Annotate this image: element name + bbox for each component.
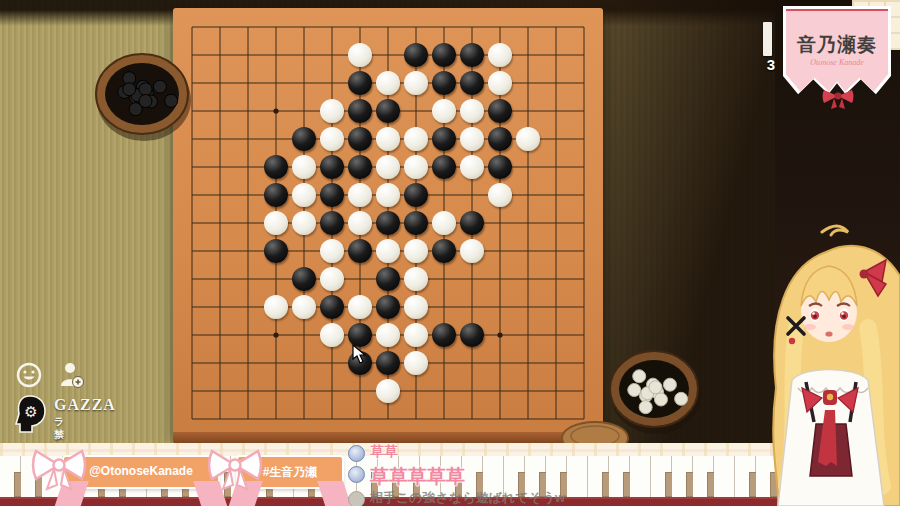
board-cell[interactable] bbox=[430, 209, 458, 237]
board-cell[interactable] bbox=[290, 69, 318, 97]
black-stone bbox=[348, 71, 372, 95]
board-cell[interactable] bbox=[486, 293, 514, 321]
captured-white-stone bbox=[663, 378, 676, 391]
board-cell[interactable] bbox=[486, 321, 514, 349]
board-cell[interactable] bbox=[262, 13, 290, 41]
board-cell[interactable] bbox=[178, 181, 206, 209]
board-cell[interactable] bbox=[234, 13, 262, 41]
board-cell[interactable] bbox=[514, 153, 542, 181]
board-cell[interactable] bbox=[318, 69, 346, 97]
board-cell[interactable] bbox=[514, 321, 542, 349]
board-cell[interactable] bbox=[374, 349, 402, 377]
board-cell[interactable] bbox=[234, 69, 262, 97]
captured-black-stone bbox=[139, 83, 152, 96]
white-stone bbox=[320, 267, 344, 291]
board-cell[interactable] bbox=[458, 125, 486, 153]
black-stone bbox=[292, 267, 316, 291]
board-cell[interactable] bbox=[514, 13, 542, 41]
board-cell[interactable] bbox=[318, 209, 346, 237]
board-cell[interactable] bbox=[570, 377, 598, 405]
board-cell[interactable] bbox=[514, 209, 542, 237]
board-cell[interactable] bbox=[514, 237, 542, 265]
board-cell[interactable] bbox=[374, 125, 402, 153]
white-stone bbox=[404, 323, 428, 347]
board-cell[interactable] bbox=[542, 153, 570, 181]
board-cell[interactable] bbox=[514, 349, 542, 377]
board-cell[interactable] bbox=[486, 125, 514, 153]
white-stone bbox=[488, 71, 512, 95]
board-cell[interactable] bbox=[234, 293, 262, 321]
chat-text: 草草草草草 bbox=[370, 464, 465, 490]
captured-white-stone bbox=[675, 392, 688, 405]
board-cell[interactable] bbox=[570, 125, 598, 153]
board-cell[interactable] bbox=[570, 69, 598, 97]
board-cell[interactable] bbox=[458, 13, 486, 41]
board-cell[interactable] bbox=[402, 349, 430, 377]
board-cell[interactable] bbox=[402, 237, 430, 265]
board-cell[interactable] bbox=[514, 125, 542, 153]
board-cell[interactable] bbox=[514, 265, 542, 293]
board-cell[interactable] bbox=[206, 237, 234, 265]
board-cell[interactable] bbox=[430, 265, 458, 293]
white-stone bbox=[404, 239, 428, 263]
board-cell[interactable] bbox=[206, 265, 234, 293]
white-stone bbox=[320, 239, 344, 263]
board-cell[interactable] bbox=[178, 377, 206, 405]
board-cell[interactable] bbox=[402, 405, 430, 433]
black-stone bbox=[432, 155, 456, 179]
board-cell[interactable] bbox=[458, 321, 486, 349]
board-cell[interactable] bbox=[570, 321, 598, 349]
board-cell[interactable] bbox=[318, 377, 346, 405]
board-cell[interactable] bbox=[318, 153, 346, 181]
board-cell[interactable] bbox=[514, 97, 542, 125]
board-cell[interactable] bbox=[486, 265, 514, 293]
board-cell[interactable] bbox=[346, 41, 374, 69]
board-cell[interactable] bbox=[234, 153, 262, 181]
board-cell[interactable] bbox=[402, 265, 430, 293]
board-cell[interactable] bbox=[262, 265, 290, 293]
board-cell[interactable] bbox=[346, 97, 374, 125]
board-cell[interactable] bbox=[402, 293, 430, 321]
captured-black-stone bbox=[123, 83, 136, 96]
board-cell[interactable] bbox=[346, 181, 374, 209]
white-stone bbox=[320, 323, 344, 347]
board-cell[interactable] bbox=[486, 237, 514, 265]
cpu-name: GAZZA bbox=[54, 396, 116, 414]
board-cell[interactable] bbox=[430, 125, 458, 153]
chat-message: 草草草草草 bbox=[348, 464, 648, 488]
bow-icon bbox=[206, 445, 264, 491]
board-cell[interactable] bbox=[402, 209, 430, 237]
board-cell[interactable] bbox=[262, 321, 290, 349]
board-cell[interactable] bbox=[178, 13, 206, 41]
board-cell[interactable] bbox=[542, 181, 570, 209]
board-cell[interactable] bbox=[234, 377, 262, 405]
captured-black-stone bbox=[153, 80, 166, 93]
board-cell[interactable] bbox=[262, 69, 290, 97]
board-cell[interactable] bbox=[458, 265, 486, 293]
black-stone bbox=[348, 127, 372, 151]
board-cell[interactable] bbox=[402, 13, 430, 41]
chat-message: 草草 bbox=[348, 443, 648, 463]
board-cell[interactable] bbox=[486, 41, 514, 69]
bow-icon bbox=[30, 445, 88, 491]
board-cell[interactable] bbox=[570, 265, 598, 293]
board-cell[interactable] bbox=[234, 41, 262, 69]
board-cell[interactable] bbox=[486, 69, 514, 97]
board-cell[interactable] bbox=[542, 125, 570, 153]
board-cell[interactable] bbox=[318, 13, 346, 41]
board-cell[interactable] bbox=[290, 97, 318, 125]
chat-message: 相手この強さなら遊ばれてそうw bbox=[348, 489, 648, 506]
board-cell[interactable] bbox=[262, 377, 290, 405]
white-stone bbox=[292, 155, 316, 179]
black-stone bbox=[348, 99, 372, 123]
board-cell[interactable] bbox=[262, 349, 290, 377]
board-cell[interactable] bbox=[430, 405, 458, 433]
black-stone bbox=[404, 211, 428, 235]
board-cell[interactable] bbox=[570, 209, 598, 237]
board-cell[interactable] bbox=[542, 237, 570, 265]
black-stone bbox=[320, 183, 344, 207]
board-cell[interactable] bbox=[178, 153, 206, 181]
board-cell[interactable] bbox=[542, 209, 570, 237]
board-cell[interactable] bbox=[458, 377, 486, 405]
board-cell[interactable] bbox=[318, 181, 346, 209]
board-cell[interactable] bbox=[402, 153, 430, 181]
captured-white-stone bbox=[649, 381, 662, 394]
board-cell[interactable] bbox=[346, 293, 374, 321]
black-stone-bowl bbox=[92, 50, 192, 144]
board-cell[interactable] bbox=[570, 97, 598, 125]
black-stone bbox=[264, 239, 288, 263]
board-cell[interactable] bbox=[206, 349, 234, 377]
board-cell[interactable] bbox=[570, 41, 598, 69]
board-cell[interactable] bbox=[486, 209, 514, 237]
board-cell[interactable] bbox=[402, 321, 430, 349]
channel-banner: 音乃瀬奏 Otonose Kanade bbox=[783, 6, 895, 102]
board-cell[interactable] bbox=[542, 321, 570, 349]
board-cell[interactable] bbox=[486, 181, 514, 209]
white-stone bbox=[432, 211, 456, 235]
board-cell[interactable] bbox=[458, 153, 486, 181]
board-cell[interactable] bbox=[430, 153, 458, 181]
board-cell[interactable] bbox=[318, 97, 346, 125]
board-cell[interactable] bbox=[374, 293, 402, 321]
board-cell[interactable] bbox=[290, 181, 318, 209]
board-cell[interactable] bbox=[458, 41, 486, 69]
board-cell[interactable] bbox=[234, 237, 262, 265]
black-stone bbox=[376, 211, 400, 235]
board-cell[interactable] bbox=[402, 181, 430, 209]
white-stone bbox=[348, 43, 372, 67]
board-cell[interactable] bbox=[318, 293, 346, 321]
board-cell[interactable] bbox=[430, 321, 458, 349]
board-cell[interactable] bbox=[486, 377, 514, 405]
chat-avatar bbox=[348, 466, 365, 483]
black-stone bbox=[488, 99, 512, 123]
board-cell[interactable] bbox=[402, 125, 430, 153]
board-cell[interactable] bbox=[374, 13, 402, 41]
board-cell[interactable] bbox=[234, 97, 262, 125]
board-cell[interactable] bbox=[346, 69, 374, 97]
chat-text: 相手この強さなら遊ばれてそうw bbox=[370, 489, 565, 506]
white-stone bbox=[376, 323, 400, 347]
black-stone bbox=[460, 71, 484, 95]
board-cell[interactable] bbox=[234, 349, 262, 377]
board-cell[interactable] bbox=[570, 293, 598, 321]
board-cell[interactable] bbox=[458, 237, 486, 265]
board-cell[interactable] bbox=[542, 69, 570, 97]
board-cell[interactable] bbox=[290, 293, 318, 321]
board-cell[interactable] bbox=[206, 97, 234, 125]
board-cell[interactable] bbox=[542, 265, 570, 293]
board-cell[interactable] bbox=[458, 405, 486, 433]
black-stone bbox=[460, 43, 484, 67]
board-cell[interactable] bbox=[346, 125, 374, 153]
board-cell[interactable] bbox=[374, 377, 402, 405]
board-cell[interactable] bbox=[374, 321, 402, 349]
board-cell[interactable] bbox=[178, 209, 206, 237]
black-stone bbox=[264, 155, 288, 179]
board-cell[interactable] bbox=[430, 237, 458, 265]
board-cell[interactable] bbox=[262, 41, 290, 69]
board-cell[interactable] bbox=[318, 349, 346, 377]
captured-white-stone bbox=[654, 393, 667, 406]
board-cell[interactable] bbox=[514, 69, 542, 97]
board-cell[interactable] bbox=[514, 181, 542, 209]
board-cell[interactable] bbox=[570, 153, 598, 181]
board-cell[interactable] bbox=[234, 209, 262, 237]
black-stone bbox=[432, 43, 456, 67]
board-cell[interactable] bbox=[206, 13, 234, 41]
board-cell[interactable] bbox=[290, 405, 318, 433]
stream-screen: 33 ⚙ GAZZA ランクなし 禁じ手あり 音乃瀬奏 Otonose Kana… bbox=[0, 0, 900, 506]
black-stone bbox=[488, 155, 512, 179]
board-cell[interactable] bbox=[234, 181, 262, 209]
board-cell[interactable] bbox=[206, 405, 234, 433]
board-cell[interactable] bbox=[570, 181, 598, 209]
board-cell[interactable] bbox=[486, 13, 514, 41]
white-stone bbox=[376, 379, 400, 403]
black-stone bbox=[320, 211, 344, 235]
white-stone bbox=[292, 295, 316, 319]
board-cell[interactable] bbox=[542, 97, 570, 125]
board-cell[interactable] bbox=[542, 349, 570, 377]
cpu-head-icon: ⚙ bbox=[12, 394, 48, 434]
board-cell[interactable] bbox=[374, 209, 402, 237]
board-cell[interactable] bbox=[430, 349, 458, 377]
captured-white-stone bbox=[639, 401, 652, 414]
smiley-icon[interactable] bbox=[16, 362, 42, 388]
white-stone bbox=[292, 183, 316, 207]
board-cell[interactable] bbox=[234, 321, 262, 349]
board-cell[interactable] bbox=[458, 293, 486, 321]
board-cell[interactable] bbox=[234, 405, 262, 433]
board-cell[interactable] bbox=[206, 41, 234, 69]
board-cell[interactable] bbox=[290, 13, 318, 41]
board-cell[interactable] bbox=[486, 349, 514, 377]
board-cell[interactable] bbox=[514, 405, 542, 433]
board-cell[interactable] bbox=[318, 237, 346, 265]
board-cell[interactable] bbox=[402, 69, 430, 97]
board-cell[interactable] bbox=[458, 97, 486, 125]
board-cell[interactable] bbox=[318, 405, 346, 433]
board-cell[interactable] bbox=[178, 321, 206, 349]
black-stone bbox=[404, 43, 428, 67]
white-stone bbox=[404, 155, 428, 179]
board-cell[interactable] bbox=[430, 293, 458, 321]
board-cell[interactable] bbox=[542, 13, 570, 41]
board-cell[interactable] bbox=[234, 265, 262, 293]
board-cell[interactable] bbox=[290, 41, 318, 69]
chat-text: 草草 bbox=[370, 443, 398, 461]
vtuber-avatar bbox=[752, 218, 900, 506]
board-cell[interactable] bbox=[430, 69, 458, 97]
board-cell[interactable] bbox=[486, 97, 514, 125]
board-cell[interactable] bbox=[458, 349, 486, 377]
black-stone bbox=[432, 71, 456, 95]
board-cell[interactable] bbox=[262, 125, 290, 153]
board-cell[interactable] bbox=[374, 405, 402, 433]
board-cell[interactable] bbox=[374, 41, 402, 69]
board-cell[interactable] bbox=[262, 181, 290, 209]
white-stone bbox=[348, 211, 372, 235]
board-cell[interactable] bbox=[346, 13, 374, 41]
board-cell[interactable] bbox=[542, 41, 570, 69]
white-stone bbox=[404, 127, 428, 151]
board-cell[interactable] bbox=[290, 349, 318, 377]
board-cell[interactable] bbox=[262, 97, 290, 125]
board-cell[interactable] bbox=[290, 321, 318, 349]
board-cell[interactable] bbox=[206, 321, 234, 349]
board-cell[interactable] bbox=[234, 125, 262, 153]
board-cell[interactable] bbox=[290, 377, 318, 405]
board-cell[interactable] bbox=[262, 293, 290, 321]
board-cell[interactable] bbox=[486, 153, 514, 181]
add-user-icon[interactable] bbox=[58, 360, 86, 390]
board-cell[interactable] bbox=[178, 293, 206, 321]
black-stone bbox=[404, 183, 428, 207]
board-cell[interactable] bbox=[178, 265, 206, 293]
white-stone bbox=[432, 99, 456, 123]
board-cell[interactable] bbox=[374, 153, 402, 181]
board-cell[interactable] bbox=[290, 209, 318, 237]
board-cell[interactable] bbox=[374, 69, 402, 97]
black-stone bbox=[432, 127, 456, 151]
board-cell[interactable] bbox=[290, 237, 318, 265]
board-cell[interactable] bbox=[374, 237, 402, 265]
board-cell[interactable] bbox=[402, 377, 430, 405]
channel-title: 音乃瀬奏 bbox=[783, 32, 891, 58]
board-cell[interactable] bbox=[346, 237, 374, 265]
black-stone bbox=[320, 295, 344, 319]
board-cell[interactable] bbox=[290, 265, 318, 293]
board-cell[interactable] bbox=[458, 209, 486, 237]
board-cell[interactable] bbox=[290, 153, 318, 181]
board-cell[interactable] bbox=[318, 265, 346, 293]
board-cell[interactable] bbox=[514, 377, 542, 405]
board-cell[interactable] bbox=[206, 377, 234, 405]
board-cell[interactable] bbox=[374, 181, 402, 209]
board-cell[interactable] bbox=[430, 13, 458, 41]
board-cell[interactable] bbox=[346, 377, 374, 405]
board-cell[interactable] bbox=[206, 181, 234, 209]
white-stone bbox=[376, 71, 400, 95]
piano-white-key bbox=[714, 456, 735, 497]
board-cell[interactable] bbox=[570, 237, 598, 265]
white-stone bbox=[264, 295, 288, 319]
board-cell[interactable] bbox=[318, 125, 346, 153]
captured-black-stone bbox=[139, 95, 152, 108]
board-cell[interactable] bbox=[430, 181, 458, 209]
board-cell[interactable] bbox=[542, 293, 570, 321]
white-stone bbox=[404, 295, 428, 319]
board-cell[interactable] bbox=[402, 41, 430, 69]
board-cell[interactable] bbox=[178, 405, 206, 433]
board-cell[interactable] bbox=[262, 237, 290, 265]
board-cell[interactable] bbox=[542, 377, 570, 405]
board-cell[interactable] bbox=[346, 405, 374, 433]
board-cell[interactable] bbox=[318, 321, 346, 349]
board-cell[interactable] bbox=[374, 265, 402, 293]
mouse-cursor bbox=[352, 344, 368, 364]
board-cell[interactable] bbox=[262, 405, 290, 433]
board-cell[interactable] bbox=[430, 97, 458, 125]
board-cell[interactable] bbox=[206, 293, 234, 321]
black-stone bbox=[376, 351, 400, 375]
board-cell[interactable] bbox=[318, 41, 346, 69]
board-stones bbox=[178, 13, 598, 433]
board-cell[interactable] bbox=[430, 377, 458, 405]
white-stone bbox=[516, 127, 540, 151]
black-stone bbox=[488, 127, 512, 151]
board-cell[interactable] bbox=[430, 41, 458, 69]
board-cell[interactable] bbox=[514, 293, 542, 321]
black-stone bbox=[460, 211, 484, 235]
board-cell[interactable] bbox=[206, 69, 234, 97]
board-cell[interactable] bbox=[262, 209, 290, 237]
board-cell[interactable] bbox=[178, 349, 206, 377]
board-cell[interactable] bbox=[374, 97, 402, 125]
board-cell[interactable] bbox=[402, 97, 430, 125]
board-cell[interactable] bbox=[570, 349, 598, 377]
board-cell[interactable] bbox=[570, 13, 598, 41]
white-stone bbox=[460, 127, 484, 151]
board-cell[interactable] bbox=[346, 265, 374, 293]
white-stone bbox=[488, 43, 512, 67]
board-cell[interactable] bbox=[514, 41, 542, 69]
board-cell[interactable] bbox=[206, 125, 234, 153]
black-stone bbox=[376, 295, 400, 319]
board-cell[interactable] bbox=[458, 181, 486, 209]
board-cell[interactable] bbox=[206, 209, 234, 237]
board-cell[interactable] bbox=[458, 69, 486, 97]
board-cell[interactable] bbox=[346, 153, 374, 181]
goban-board[interactable] bbox=[173, 8, 603, 434]
white-stone bbox=[376, 127, 400, 151]
board-cell[interactable] bbox=[262, 153, 290, 181]
blush-right bbox=[842, 324, 854, 330]
white-stone bbox=[404, 267, 428, 291]
board-cell[interactable] bbox=[346, 209, 374, 237]
board-cell[interactable] bbox=[290, 125, 318, 153]
board-cell[interactable] bbox=[486, 405, 514, 433]
board-cell[interactable] bbox=[178, 237, 206, 265]
black-stone bbox=[264, 183, 288, 207]
board-cell[interactable] bbox=[206, 153, 234, 181]
